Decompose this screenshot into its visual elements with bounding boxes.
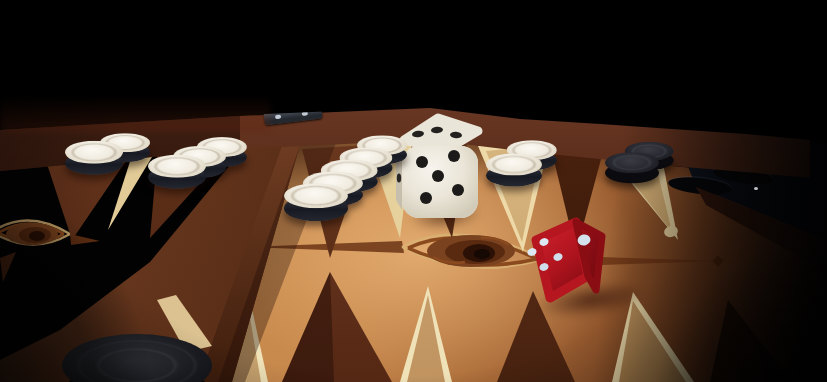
white-checker[interactable]: [486, 154, 542, 187]
backgammon-scene: [0, 0, 827, 382]
checker-face: [605, 152, 659, 173]
checker-face: [148, 155, 206, 178]
black-checker[interactable]: [605, 152, 659, 184]
white-checker[interactable]: [148, 155, 206, 190]
checker-face: [284, 183, 348, 208]
white-checker[interactable]: [284, 183, 348, 221]
checker-face: [486, 154, 542, 176]
vignette: [0, 0, 827, 382]
checker-face: [65, 141, 123, 164]
white-checker[interactable]: [65, 141, 123, 176]
